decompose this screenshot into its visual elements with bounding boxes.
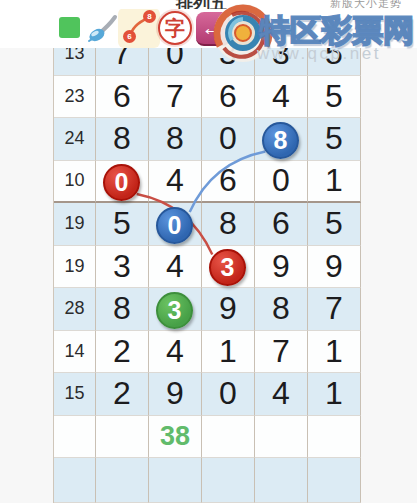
label-cell: 19 [54,246,96,289]
back-button[interactable]: ← [196,12,230,46]
digit-cell[interactable]: 3 [96,246,149,289]
zi-stamp-icon[interactable]: 字 [158,11,192,45]
connect-tool-icon[interactable]: 8 6 [118,8,160,48]
label-cell: 28 [54,288,96,331]
digit-cell[interactable]: 9 [202,288,255,331]
label-cell: 10 [54,161,96,204]
digit-cell[interactable]: 7 [308,288,361,331]
digit-cell[interactable]: 8 [149,118,202,161]
digit-cell[interactable]: 5 [308,76,361,119]
digit-cell[interactable]: 9 [255,246,308,289]
connect-tool-badge-bottom: 6 [123,30,136,43]
digit-cell[interactable]: 8 [96,118,149,161]
brush-icon[interactable] [86,12,118,44]
digit-cell[interactable] [96,458,149,503]
title-right-text: 新版大小走势 [330,0,402,9]
digit-cell[interactable]: 0 [202,373,255,416]
digit-cell[interactable]: 7 [149,76,202,119]
trend-table: 1370335236764524880510460119586519349928… [53,33,361,503]
digit-cell[interactable] [96,416,149,459]
label-cell: 15 [54,373,96,416]
digit-cell[interactable] [202,246,255,289]
label-cell: 23 [54,76,96,119]
digit-cell[interactable] [255,118,308,161]
digit-cell[interactable] [202,416,255,459]
digit-cell[interactable]: 5 [308,118,361,161]
digit-cell[interactable]: 7 [255,331,308,374]
digit-cell[interactable]: 5 [96,203,149,246]
digit-cell[interactable]: 5 [308,203,361,246]
digit-cell[interactable]: 0 [202,118,255,161]
digit-cell[interactable]: 0 [255,161,308,204]
digit-cell[interactable]: 4 [149,246,202,289]
digit-cell[interactable]: 9 [308,246,361,289]
digit-cell[interactable]: 9 [149,373,202,416]
digit-cell[interactable] [96,161,149,204]
label-cell [54,458,96,503]
green-square-icon[interactable] [59,17,80,38]
digit-cell[interactable] [255,416,308,459]
digit-cell[interactable]: 38 [149,416,202,459]
digit-cell[interactable] [202,458,255,503]
digit-cell[interactable]: 2 [96,331,149,374]
digit-cell[interactable] [149,203,202,246]
digit-cell[interactable]: 1 [308,331,361,374]
digit-cell[interactable]: 1 [308,161,361,204]
label-cell [54,416,96,459]
label-cell: 14 [54,331,96,374]
label-cell: 19 [54,203,96,246]
digit-cell[interactable] [308,416,361,459]
digit-cell[interactable]: 4 [149,161,202,204]
digit-cell[interactable]: 4 [255,76,308,119]
digit-cell[interactable] [149,458,202,503]
digit-cell[interactable]: 6 [202,76,255,119]
digit-cell[interactable]: 6 [255,203,308,246]
label-cell: 24 [54,118,96,161]
connect-tool-badge-top: 8 [143,10,156,23]
digit-cell[interactable] [308,458,361,503]
digit-cell[interactable]: 8 [255,288,308,331]
digit-cell[interactable]: 2 [96,373,149,416]
digit-cell[interactable]: 4 [255,373,308,416]
app-screen: 1370335236764524880510460119586519349928… [0,0,417,503]
digit-cell[interactable] [149,288,202,331]
title-bar: 排列五 新版大小走势 [0,0,417,9]
digit-cell[interactable]: 8 [96,288,149,331]
digit-cell[interactable]: 8 [202,203,255,246]
page-title: 排列五 [176,0,227,9]
digit-cell[interactable]: 1 [202,331,255,374]
digit-cell[interactable]: 6 [96,76,149,119]
digit-cell[interactable] [255,458,308,503]
digit-cell[interactable]: 4 [149,331,202,374]
digit-cell[interactable]: 6 [202,161,255,204]
digit-cell[interactable]: 1 [308,373,361,416]
